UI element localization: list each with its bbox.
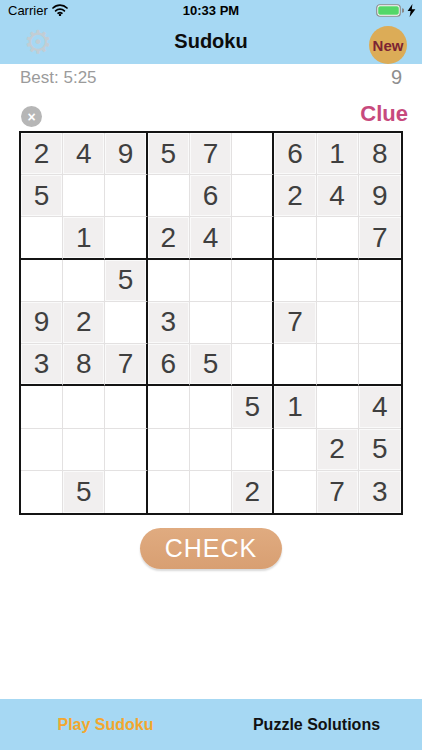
sudoku-cell-r3c6[interactable] [232,217,274,259]
sudoku-cell-r7c1[interactable] [21,386,63,428]
best-time-label: Best: 5:25 [20,68,97,88]
sudoku-cell-r3c3[interactable] [105,217,147,259]
sudoku-cell-r2c2[interactable] [63,175,105,217]
sudoku-cell-r8c2[interactable] [63,429,105,471]
sudoku-cell-r3c4: 2 [148,217,190,259]
sudoku-cell-r5c6[interactable] [232,302,274,344]
sudoku-cell-r1c7: 6 [274,133,316,175]
page-title: Sudoku [0,30,422,53]
sudoku-cell-r5c1: 9 [21,302,63,344]
sudoku-cell-r9c4[interactable] [148,471,190,513]
sudoku-cell-r4c3: 5 [105,260,147,302]
sudoku-cell-r7c2[interactable] [63,386,105,428]
sudoku-cell-r7c8[interactable] [317,386,359,428]
sudoku-cell-r1c5: 7 [190,133,232,175]
sudoku-cell-r1c1: 2 [21,133,63,175]
tab-play-sudoku[interactable]: Play Sudoku [0,699,211,750]
sudoku-cell-r4c1[interactable] [21,260,63,302]
sudoku-cell-r6c4: 6 [148,344,190,386]
close-button[interactable]: × [21,106,42,127]
sudoku-cell-r5c4: 3 [148,302,190,344]
sudoku-cell-r1c6[interactable] [232,133,274,175]
sudoku-cell-r8c9: 5 [359,429,401,471]
sudoku-cell-r7c5[interactable] [190,386,232,428]
sudoku-cell-r2c6[interactable] [232,175,274,217]
sudoku-cell-r3c1[interactable] [21,217,63,259]
sudoku-cell-r7c6: 5 [232,386,274,428]
sudoku-cell-r2c9: 9 [359,175,401,217]
sudoku-cell-r4c9[interactable] [359,260,401,302]
nav-bar: ⚙ Sudoku New [0,20,422,64]
sudoku-cell-r2c3[interactable] [105,175,147,217]
sudoku-grid: 249576185624912475923738765514255273 [19,131,403,515]
status-bar: Carrier 10:33 PM [0,0,422,20]
counter-label: 9 [391,66,402,89]
sudoku-cell-r3c7[interactable] [274,217,316,259]
battery-icon [376,4,404,17]
sudoku-cell-r1c2: 4 [63,133,105,175]
sudoku-cell-r2c8: 4 [317,175,359,217]
sudoku-cell-r5c8[interactable] [317,302,359,344]
sudoku-cell-r9c7[interactable] [274,471,316,513]
stats-row: Best: 5:25 9 [0,64,422,92]
sudoku-cell-r8c3[interactable] [105,429,147,471]
tab-bar: Play Sudoku Puzzle Solutions [0,699,422,750]
sudoku-cell-r8c8: 2 [317,429,359,471]
sudoku-cell-r6c6[interactable] [232,344,274,386]
sudoku-cell-r4c5[interactable] [190,260,232,302]
sudoku-cell-r1c9: 8 [359,133,401,175]
check-button[interactable]: CHECK [140,528,282,569]
sudoku-cell-r3c8[interactable] [317,217,359,259]
sudoku-cell-r9c1[interactable] [21,471,63,513]
sudoku-cell-r7c7: 1 [274,386,316,428]
sudoku-cell-r9c5[interactable] [190,471,232,513]
sudoku-cell-r7c4[interactable] [148,386,190,428]
sudoku-cell-r9c2: 5 [63,471,105,513]
sudoku-cell-r7c3[interactable] [105,386,147,428]
sudoku-cell-r4c8[interactable] [317,260,359,302]
sudoku-cell-r2c5: 6 [190,175,232,217]
sudoku-cell-r5c5[interactable] [190,302,232,344]
sudoku-cell-r8c7[interactable] [274,429,316,471]
sudoku-cell-r4c2[interactable] [63,260,105,302]
sudoku-cell-r3c9: 7 [359,217,401,259]
sudoku-cell-r4c7[interactable] [274,260,316,302]
sudoku-cell-r6c2: 8 [63,344,105,386]
sudoku-cell-r9c9: 3 [359,471,401,513]
charging-bolt-icon [407,4,416,17]
close-icon: × [27,110,35,124]
sudoku-cell-r6c9[interactable] [359,344,401,386]
sudoku-cell-r2c1: 5 [21,175,63,217]
sudoku-cell-r5c3[interactable] [105,302,147,344]
sudoku-cell-r9c3[interactable] [105,471,147,513]
sudoku-cell-r2c7: 2 [274,175,316,217]
sudoku-cell-r9c8: 7 [317,471,359,513]
sudoku-cell-r5c9[interactable] [359,302,401,344]
clock: 10:33 PM [0,3,422,18]
new-game-button[interactable]: New [369,26,407,64]
sudoku-cell-r5c2: 2 [63,302,105,344]
sudoku-cell-r8c4[interactable] [148,429,190,471]
sudoku-cell-r6c7[interactable] [274,344,316,386]
sudoku-cell-r6c1: 3 [21,344,63,386]
tab-puzzle-solutions[interactable]: Puzzle Solutions [211,699,422,750]
sudoku-cell-r6c5: 5 [190,344,232,386]
sudoku-cell-r4c6[interactable] [232,260,274,302]
sudoku-cell-r6c3: 7 [105,344,147,386]
sudoku-cell-r9c6: 2 [232,471,274,513]
sudoku-cell-r5c7: 7 [274,302,316,344]
sudoku-cell-r3c2: 1 [63,217,105,259]
sudoku-cell-r3c5: 4 [190,217,232,259]
sudoku-cell-r1c3: 9 [105,133,147,175]
sudoku-cell-r7c9: 4 [359,386,401,428]
sudoku-cell-r8c1[interactable] [21,429,63,471]
clue-button[interactable]: Clue [360,101,408,127]
sudoku-cell-r6c8[interactable] [317,344,359,386]
sudoku-cell-r1c8: 1 [317,133,359,175]
sudoku-cell-r8c5[interactable] [190,429,232,471]
sudoku-cell-r8c6[interactable] [232,429,274,471]
sudoku-cell-r2c4[interactable] [148,175,190,217]
sudoku-cell-r4c4[interactable] [148,260,190,302]
sudoku-cell-r1c4: 5 [148,133,190,175]
